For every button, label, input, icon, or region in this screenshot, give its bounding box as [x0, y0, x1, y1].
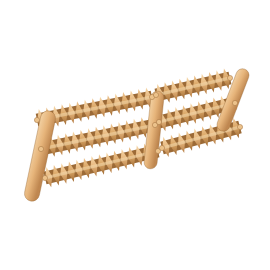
left-rail: [23, 109, 57, 202]
axle-peg: [153, 92, 158, 97]
product-photo: [0, 0, 270, 270]
right-back-roller: [156, 69, 230, 105]
axle-peg: [227, 75, 232, 80]
axle-peg: [38, 146, 43, 151]
axle-peg: [237, 124, 242, 129]
axle-peg: [156, 119, 161, 124]
axle-peg: [232, 100, 237, 105]
axle-peg: [159, 145, 164, 150]
rollers-group: [37, 69, 240, 188]
axle-peg: [34, 117, 39, 122]
axle-peg: [42, 175, 47, 180]
foot-roller-illustration: [0, 0, 270, 270]
